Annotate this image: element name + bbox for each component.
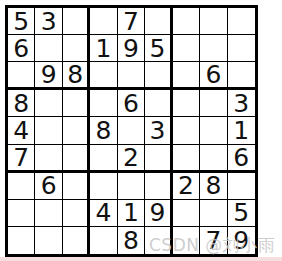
cell-r7c4[interactable] — [90, 173, 117, 200]
cell-digit: 2 — [123, 145, 139, 170]
cell-r6c2[interactable] — [35, 145, 62, 173]
cell-r7c7[interactable]: 2 — [173, 173, 200, 200]
cell-r9c6[interactable] — [145, 227, 172, 254]
cell-r9c3[interactable] — [63, 227, 90, 254]
cell-r1c9[interactable] — [228, 8, 255, 35]
cell-r4c9[interactable]: 3 — [228, 90, 255, 117]
cell-r8c2[interactable] — [35, 200, 62, 227]
cell-r6c4[interactable] — [90, 145, 117, 173]
cell-r7c2[interactable]: 6 — [35, 173, 62, 200]
cell-digit: 9 — [123, 36, 139, 61]
cell-digit: 8 — [13, 91, 29, 116]
cell-r1c8[interactable] — [200, 8, 227, 35]
cell-r6c1[interactable]: 7 — [8, 145, 35, 173]
cell-r2c5[interactable]: 9 — [118, 35, 145, 62]
cell-r8c1[interactable] — [8, 200, 35, 227]
cell-r2c4[interactable]: 1 — [90, 35, 117, 62]
cell-r3c6[interactable] — [145, 62, 172, 90]
cell-r4c7[interactable] — [173, 90, 200, 117]
cell-r2c2[interactable] — [35, 35, 62, 62]
cell-digit: 3 — [41, 9, 57, 34]
cell-r9c9[interactable]: 9 — [228, 227, 255, 254]
cell-r3c9[interactable] — [228, 62, 255, 90]
cell-r3c5[interactable] — [118, 62, 145, 90]
cell-digit: 1 — [233, 118, 249, 143]
cell-digit: 2 — [178, 173, 194, 198]
cell-r6c7[interactable] — [173, 145, 200, 173]
cell-digit: 4 — [13, 118, 29, 143]
cell-r4c3[interactable] — [63, 90, 90, 117]
cell-digit: 3 — [149, 118, 165, 143]
cell-r4c8[interactable] — [200, 90, 227, 117]
cell-r3c2[interactable]: 9 — [35, 62, 62, 90]
sudoku-board: 537619598686348317266284195879 — [5, 5, 258, 257]
cell-digit: 8 — [67, 62, 83, 87]
cell-digit: 6 — [13, 36, 29, 61]
cell-r7c9[interactable] — [228, 173, 255, 200]
cell-r2c9[interactable] — [228, 35, 255, 62]
cell-r5c1[interactable]: 4 — [8, 117, 35, 144]
cell-r8c5[interactable]: 1 — [118, 200, 145, 227]
cell-digit: 6 — [233, 145, 249, 170]
cell-r7c5[interactable] — [118, 173, 145, 200]
cell-digit: 9 — [233, 228, 249, 253]
cell-r6c6[interactable] — [145, 145, 172, 173]
cell-r8c9[interactable]: 5 — [228, 200, 255, 227]
cell-digit: 8 — [96, 118, 112, 143]
cell-r2c7[interactable] — [173, 35, 200, 62]
cell-r2c3[interactable] — [63, 35, 90, 62]
cell-r4c4[interactable] — [90, 90, 117, 117]
cell-r6c5[interactable]: 2 — [118, 145, 145, 173]
cell-r3c4[interactable] — [90, 62, 117, 90]
cell-r2c1[interactable]: 6 — [8, 35, 35, 62]
cell-digit: 4 — [96, 200, 112, 225]
cell-r5c8[interactable] — [200, 117, 227, 144]
cell-r4c6[interactable] — [145, 90, 172, 117]
cell-r8c4[interactable]: 4 — [90, 200, 117, 227]
cell-r5c3[interactable] — [63, 117, 90, 144]
cell-r5c5[interactable] — [118, 117, 145, 144]
cell-r1c2[interactable]: 3 — [35, 8, 62, 35]
cell-digit: 8 — [123, 228, 139, 253]
cell-r9c7[interactable] — [173, 227, 200, 254]
cell-r7c1[interactable] — [8, 173, 35, 200]
cell-r6c8[interactable] — [200, 145, 227, 173]
cell-r2c6[interactable]: 5 — [145, 35, 172, 62]
cell-r4c1[interactable]: 8 — [8, 90, 35, 117]
cell-r3c7[interactable] — [173, 62, 200, 90]
cell-r1c3[interactable] — [63, 8, 90, 35]
cell-digit: 6 — [205, 62, 221, 87]
bottom-pink-strip — [0, 257, 282, 261]
cell-r8c6[interactable]: 9 — [145, 200, 172, 227]
cell-r9c1[interactable] — [8, 227, 35, 254]
cell-digit: 1 — [96, 36, 112, 61]
cell-digit: 6 — [41, 173, 57, 198]
cell-digit: 5 — [13, 9, 29, 34]
cell-r1c7[interactable] — [173, 8, 200, 35]
cell-r7c6[interactable] — [145, 173, 172, 200]
cell-r9c8[interactable]: 7 — [200, 227, 227, 254]
cell-digit: 7 — [13, 145, 29, 170]
cell-digit: 7 — [123, 9, 139, 34]
cell-r4c2[interactable] — [35, 90, 62, 117]
cell-digit: 3 — [233, 91, 249, 116]
cell-r8c7[interactable] — [173, 200, 200, 227]
cell-digit: 5 — [233, 200, 249, 225]
cell-r3c3[interactable]: 8 — [63, 62, 90, 90]
cell-r5c4[interactable]: 8 — [90, 117, 117, 144]
cell-digit: 9 — [41, 62, 57, 87]
cell-r8c8[interactable] — [200, 200, 227, 227]
cell-digit: 8 — [205, 173, 221, 198]
cell-r3c1[interactable] — [8, 62, 35, 90]
cell-r9c4[interactable] — [90, 227, 117, 254]
cell-digit: 9 — [149, 200, 165, 225]
cell-digit: 6 — [123, 91, 139, 116]
cell-r1c5[interactable]: 7 — [118, 8, 145, 35]
cell-r3c8[interactable]: 6 — [200, 62, 227, 90]
cell-r5c2[interactable] — [35, 117, 62, 144]
cell-digit: 7 — [205, 228, 221, 253]
cell-digit: 1 — [123, 200, 139, 225]
cell-r2c8[interactable] — [200, 35, 227, 62]
cell-r9c2[interactable] — [35, 227, 62, 254]
cell-r1c1[interactable]: 5 — [8, 8, 35, 35]
cell-r6c3[interactable] — [63, 145, 90, 173]
cell-r1c4[interactable] — [90, 8, 117, 35]
cell-r7c8[interactable]: 8 — [200, 173, 227, 200]
cell-r5c9[interactable]: 1 — [228, 117, 255, 144]
cell-r5c6[interactable]: 3 — [145, 117, 172, 144]
cell-digit: 5 — [149, 36, 165, 61]
cell-r7c3[interactable] — [63, 173, 90, 200]
cell-r9c5[interactable]: 8 — [118, 227, 145, 254]
cell-r5c7[interactable] — [173, 117, 200, 144]
cell-r8c3[interactable] — [63, 200, 90, 227]
cell-r4c5[interactable]: 6 — [118, 90, 145, 117]
cell-r6c9[interactable]: 6 — [228, 145, 255, 173]
cell-r1c6[interactable] — [145, 8, 172, 35]
